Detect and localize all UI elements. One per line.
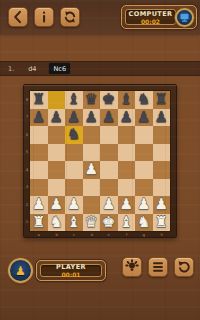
square-h4[interactable] (153, 161, 171, 179)
computer-avatar (175, 8, 194, 27)
square-c3[interactable] (65, 179, 83, 197)
pawn-icon: ♟ (15, 265, 26, 277)
file-label-h: h (157, 233, 166, 236)
computer-monitor-icon (178, 11, 191, 24)
piece-white-pawn: ♟ (100, 196, 118, 214)
square-c2[interactable]: ♟ (65, 196, 83, 214)
square-g1[interactable]: ♞ (135, 214, 153, 232)
move-black-current: Nc6 (49, 63, 70, 74)
chess-board: ♜♝♛♚♝♞♜♟♟♟♟♟♟♟♟♞♟♟♟♟♟♟♟♟♜♞♝♛♚♝♞♜ (30, 91, 170, 231)
square-d7[interactable]: ♟ (83, 109, 101, 127)
piece-white-king: ♚ (100, 214, 118, 232)
square-a2[interactable]: ♟ (30, 196, 48, 214)
square-g2[interactable]: ♟ (135, 196, 153, 214)
player-name: PLAYER (56, 263, 86, 271)
square-g7[interactable]: ♟ (135, 109, 153, 127)
file-label-c: c (69, 233, 78, 236)
piece-black-king: ♚ (100, 91, 118, 109)
file-label-e: e (104, 233, 113, 236)
computer-timer: 00:02 (141, 18, 160, 25)
move-white: d4 (28, 65, 36, 73)
square-d6[interactable] (83, 126, 101, 144)
square-c1[interactable]: ♝ (65, 214, 83, 232)
piece-black-pawn: ♟ (118, 109, 136, 127)
square-a6[interactable] (30, 126, 48, 144)
square-d2[interactable] (83, 196, 101, 214)
piece-white-knight: ♞ (135, 214, 153, 232)
file-label-g: g (139, 233, 148, 236)
piece-black-knight: ♞ (65, 126, 83, 144)
player-timer: 00:01 (61, 271, 80, 278)
player-avatar: ♟ (8, 258, 33, 283)
square-e4[interactable] (100, 161, 118, 179)
square-g5[interactable] (135, 144, 153, 162)
hint-lightbulb-icon (124, 259, 140, 275)
square-a4[interactable] (30, 161, 48, 179)
square-d5[interactable] (83, 144, 101, 162)
menu-icon (150, 259, 166, 275)
top-bar: COMPUTER 00:02 (0, 0, 200, 34)
piece-black-pawn: ♟ (65, 109, 83, 127)
square-f8[interactable]: ♝ (118, 91, 136, 109)
computer-nameplate: COMPUTER 00:02 (125, 9, 176, 25)
move-list-bar: 1. d4 Nc6 (0, 61, 200, 76)
rank-label-1: 1 (26, 221, 29, 224)
square-g4[interactable] (135, 161, 153, 179)
square-b3[interactable] (48, 179, 66, 197)
back-button[interactable] (8, 7, 28, 27)
square-b2[interactable]: ♟ (48, 196, 66, 214)
square-g3[interactable] (135, 179, 153, 197)
square-e3[interactable] (100, 179, 118, 197)
piece-black-knight: ♞ (135, 91, 153, 109)
player-nameplate: PLAYER 00:01 (40, 264, 102, 277)
square-e7[interactable]: ♟ (100, 109, 118, 127)
square-d1[interactable]: ♛ (83, 214, 101, 232)
square-h5[interactable] (153, 144, 171, 162)
square-d3[interactable] (83, 179, 101, 197)
info-icon (36, 9, 52, 25)
piece-white-pawn: ♟ (30, 196, 48, 214)
square-h1[interactable]: ♜ (153, 214, 171, 232)
square-d8[interactable]: ♛ (83, 91, 101, 109)
piece-black-pawn: ♟ (30, 109, 48, 127)
square-e5[interactable] (100, 144, 118, 162)
square-b7[interactable]: ♟ (48, 109, 66, 127)
square-a3[interactable] (30, 179, 48, 197)
square-c6[interactable]: ♞ (65, 126, 83, 144)
piece-black-queen: ♛ (83, 91, 101, 109)
hint-button[interactable] (122, 257, 142, 277)
piece-white-pawn: ♟ (135, 196, 153, 214)
piece-black-pawn: ♟ (48, 109, 66, 127)
square-b1[interactable]: ♞ (48, 214, 66, 232)
piece-white-pawn: ♟ (48, 196, 66, 214)
square-f3[interactable] (118, 179, 136, 197)
piece-black-pawn: ♟ (83, 109, 101, 127)
rank-label-5: 5 (26, 151, 29, 154)
piece-black-rook: ♜ (153, 91, 171, 109)
square-f1[interactable]: ♝ (118, 214, 136, 232)
square-f6[interactable] (118, 126, 136, 144)
square-h6[interactable] (153, 126, 171, 144)
piece-white-pawn: ♟ (153, 196, 171, 214)
piece-white-rook: ♜ (30, 214, 48, 232)
rank-label-4: 4 (26, 168, 29, 171)
undo-icon (176, 259, 192, 275)
square-h3[interactable] (153, 179, 171, 197)
square-b5[interactable] (48, 144, 66, 162)
square-e8[interactable]: ♚ (100, 91, 118, 109)
square-e6[interactable] (100, 126, 118, 144)
file-label-a: a (34, 233, 43, 236)
board-frame: ♜♝♛♚♝♞♜♟♟♟♟♟♟♟♟♞♟♟♟♟♟♟♟♟♜♞♝♛♚♝♞♜ 8765432… (23, 84, 177, 238)
square-a7[interactable]: ♟ (30, 109, 48, 127)
rank-label-7: 7 (26, 116, 29, 119)
square-h2[interactable]: ♟ (153, 196, 171, 214)
square-d4[interactable]: ♟ (83, 161, 101, 179)
chess-app: COMPUTER 00:02 1. d4 Nc6 ♜♝♛♚♝♞♜♟♟♟♟♟♟♟♟… (0, 0, 200, 320)
undo-button[interactable] (174, 257, 194, 277)
piece-white-pawn: ♟ (118, 196, 136, 214)
rank-label-2: 2 (26, 203, 29, 206)
square-a1[interactable]: ♜ (30, 214, 48, 232)
piece-white-bishop: ♝ (65, 214, 83, 232)
piece-black-rook: ♜ (30, 91, 48, 109)
square-h8[interactable]: ♜ (153, 91, 171, 109)
file-label-b: b (52, 233, 61, 236)
piece-white-rook: ♜ (153, 214, 171, 232)
info-button[interactable] (34, 7, 54, 27)
file-label-f: f (122, 233, 131, 236)
player-panel: PLAYER 00:01 (36, 260, 106, 281)
square-f7[interactable]: ♟ (118, 109, 136, 127)
piece-black-pawn: ♟ (100, 109, 118, 127)
rotate-board-icon (62, 9, 78, 25)
computer-panel: COMPUTER 00:02 (121, 5, 197, 29)
computer-name: COMPUTER (129, 10, 173, 18)
square-c4[interactable] (65, 161, 83, 179)
square-f5[interactable] (118, 144, 136, 162)
square-c5[interactable] (65, 144, 83, 162)
back-arrow-icon (10, 9, 26, 25)
square-b6[interactable] (48, 126, 66, 144)
square-a5[interactable] (30, 144, 48, 162)
square-e2[interactable]: ♟ (100, 196, 118, 214)
square-c8[interactable]: ♝ (65, 91, 83, 109)
rank-label-8: 8 (26, 98, 29, 101)
rank-label-6: 6 (26, 133, 29, 136)
piece-white-queen: ♛ (83, 214, 101, 232)
rotate-board-button[interactable] (60, 7, 80, 27)
square-a8[interactable]: ♜ (30, 91, 48, 109)
rank-label-3: 3 (26, 186, 29, 189)
square-c7[interactable]: ♟ (65, 109, 83, 127)
piece-white-knight: ♞ (48, 214, 66, 232)
piece-black-pawn: ♟ (153, 109, 171, 127)
piece-black-bishop: ♝ (118, 91, 136, 109)
square-f2[interactable]: ♟ (118, 196, 136, 214)
menu-button[interactable] (148, 257, 168, 277)
file-label-d: d (87, 233, 96, 236)
piece-black-bishop: ♝ (65, 91, 83, 109)
square-b4[interactable] (48, 161, 66, 179)
square-h7[interactable]: ♟ (153, 109, 171, 127)
move-number: 1. (8, 65, 14, 73)
piece-black-pawn: ♟ (135, 109, 153, 127)
square-b8[interactable] (48, 91, 66, 109)
piece-white-pawn: ♟ (83, 161, 101, 179)
square-g6[interactable] (135, 126, 153, 144)
square-g8[interactable]: ♞ (135, 91, 153, 109)
square-f4[interactable] (118, 161, 136, 179)
piece-white-bishop: ♝ (118, 214, 136, 232)
piece-white-pawn: ♟ (65, 196, 83, 214)
square-e1[interactable]: ♚ (100, 214, 118, 232)
